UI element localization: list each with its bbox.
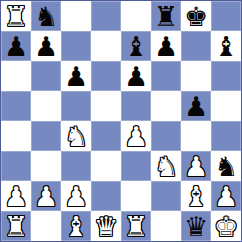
black-king-icon: ♚︎ [184, 3, 208, 30]
square-f4[interactable] [151, 121, 181, 151]
square-a2[interactable]: ♟︎ [1, 181, 31, 211]
square-f2[interactable] [151, 181, 181, 211]
white-pawn-icon: ♟︎ [4, 183, 28, 210]
square-c8[interactable] [61, 1, 91, 31]
square-h7[interactable]: ♝︎ [211, 31, 241, 61]
square-g7[interactable] [181, 31, 211, 61]
square-a7[interactable]: ♟︎ [1, 31, 31, 61]
square-g3[interactable]: ♟︎ [181, 151, 211, 181]
square-e2[interactable] [121, 181, 151, 211]
white-pawn-icon: ♟︎ [64, 183, 88, 210]
square-b8[interactable]: ♞︎ [31, 1, 61, 31]
white-pawn-icon: ♟︎ [184, 153, 208, 180]
square-d1[interactable]: ♛︎ [91, 211, 121, 241]
square-a6[interactable] [1, 61, 31, 91]
white-rook-icon: ♜︎ [124, 213, 148, 240]
square-e7[interactable]: ♝︎ [121, 31, 151, 61]
square-g4[interactable] [181, 121, 211, 151]
square-h4[interactable] [211, 121, 241, 151]
square-d5[interactable] [91, 91, 121, 121]
square-c5[interactable] [61, 91, 91, 121]
square-g8[interactable]: ♚︎ [181, 1, 211, 31]
square-d4[interactable] [91, 121, 121, 151]
square-e3[interactable] [121, 151, 151, 181]
square-c6[interactable]: ♟︎ [61, 61, 91, 91]
square-d8[interactable] [91, 1, 121, 31]
square-e1[interactable]: ♜︎ [121, 211, 151, 241]
square-h1[interactable]: ♚︎ [211, 211, 241, 241]
square-e4[interactable]: ♟︎ [121, 121, 151, 151]
white-pawn-icon: ♟︎ [124, 123, 148, 150]
square-c1[interactable]: ♝︎ [61, 211, 91, 241]
square-c2[interactable]: ♟︎ [61, 181, 91, 211]
square-e8[interactable] [121, 1, 151, 31]
white-pawn-icon: ♟︎ [214, 183, 238, 210]
square-a8[interactable]: ♜︎ [1, 1, 31, 31]
square-b4[interactable] [31, 121, 61, 151]
square-d7[interactable] [91, 31, 121, 61]
black-knight-icon: ♞︎ [214, 153, 238, 180]
square-f3[interactable]: ♞︎ [151, 151, 181, 181]
white-knight-icon: ♞︎ [154, 153, 178, 180]
black-queen-icon: ♛︎ [184, 213, 208, 240]
square-c4[interactable]: ♞︎ [61, 121, 91, 151]
square-a4[interactable] [1, 121, 31, 151]
square-b3[interactable] [31, 151, 61, 181]
square-g5[interactable]: ♟︎ [181, 91, 211, 121]
black-pawn-icon: ♟︎ [4, 33, 28, 60]
square-f5[interactable] [151, 91, 181, 121]
square-f7[interactable]: ♟︎ [151, 31, 181, 61]
white-queen-icon: ♛︎ [94, 213, 118, 240]
black-pawn-icon: ♟︎ [124, 63, 148, 90]
square-g2[interactable]: ♝︎ [181, 181, 211, 211]
white-bishop-icon: ♝︎ [64, 213, 88, 240]
square-g1[interactable]: ♛︎ [181, 211, 211, 241]
white-rook-icon: ♜︎ [4, 213, 28, 240]
square-f1[interactable] [151, 211, 181, 241]
black-pawn-icon: ♟︎ [154, 33, 178, 60]
square-h2[interactable]: ♟︎ [211, 181, 241, 211]
white-pawn-icon: ♟︎ [34, 183, 58, 210]
white-rook-icon: ♜︎ [4, 3, 28, 30]
square-h8[interactable] [211, 1, 241, 31]
square-f6[interactable] [151, 61, 181, 91]
square-b1[interactable] [31, 211, 61, 241]
black-bishop-icon: ♝︎ [214, 33, 238, 60]
square-h5[interactable] [211, 91, 241, 121]
square-b7[interactable]: ♟︎ [31, 31, 61, 61]
black-pawn-icon: ♟︎ [184, 93, 208, 120]
square-c7[interactable] [61, 31, 91, 61]
square-f8[interactable]: ♜︎ [151, 1, 181, 31]
black-pawn-icon: ♟︎ [64, 63, 88, 90]
black-pawn-icon: ♟︎ [34, 33, 58, 60]
square-h3[interactable]: ♞︎ [211, 151, 241, 181]
square-c3[interactable] [61, 151, 91, 181]
square-h6[interactable] [211, 61, 241, 91]
square-e5[interactable] [121, 91, 151, 121]
black-bishop-icon: ♝︎ [124, 33, 148, 60]
black-rook-icon: ♜︎ [154, 3, 178, 30]
square-a1[interactable]: ♜︎ [1, 211, 31, 241]
square-a3[interactable] [1, 151, 31, 181]
square-g6[interactable] [181, 61, 211, 91]
square-a5[interactable] [1, 91, 31, 121]
square-b2[interactable]: ♟︎ [31, 181, 61, 211]
square-b5[interactable] [31, 91, 61, 121]
square-d3[interactable] [91, 151, 121, 181]
square-e6[interactable]: ♟︎ [121, 61, 151, 91]
square-d2[interactable] [91, 181, 121, 211]
white-bishop-icon: ♝︎ [184, 183, 208, 210]
chess-board: ♜︎♞︎♜︎♚︎♟︎♟︎♝︎♟︎♝︎♟︎♟︎♟︎♞︎♟︎♞︎♟︎♞︎♟︎♟︎♟︎… [0, 0, 242, 242]
black-knight-icon: ♞︎ [34, 3, 58, 30]
white-king-icon: ♚︎ [214, 213, 238, 240]
white-knight-icon: ♞︎ [64, 123, 88, 150]
square-d6[interactable] [91, 61, 121, 91]
square-b6[interactable] [31, 61, 61, 91]
